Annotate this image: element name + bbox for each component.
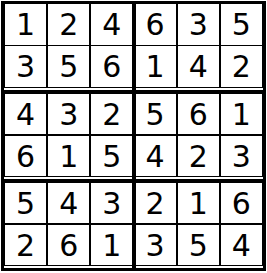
cell-r1c6[interactable]: 5: [220, 4, 263, 46]
cell-r2c4[interactable]: 1: [134, 46, 177, 88]
cell-r6c1[interactable]: 2: [4, 224, 47, 266]
cell-r3c3[interactable]: 2: [90, 93, 133, 135]
cell-r4c3[interactable]: 5: [90, 135, 133, 177]
cell-r3c1[interactable]: 4: [4, 93, 47, 135]
cell-r6c5[interactable]: 5: [177, 224, 220, 266]
cell-r3c4[interactable]: 5: [134, 93, 177, 135]
cell-r5c5[interactable]: 1: [177, 182, 220, 224]
cell-r4c4[interactable]: 4: [134, 135, 177, 177]
cell-r2c2[interactable]: 5: [47, 46, 90, 88]
cell-r6c3[interactable]: 1: [90, 224, 133, 266]
cell-r5c2[interactable]: 4: [47, 182, 90, 224]
band-3: 543216261354: [4, 182, 263, 266]
cell-r3c5[interactable]: 6: [177, 93, 220, 135]
page: 124635356142432561615423543216261354: [0, 0, 267, 272]
sudoku-board: 124635356142432561615423543216261354: [1, 1, 266, 271]
cell-r4c6[interactable]: 3: [220, 135, 263, 177]
cell-r2c1[interactable]: 3: [4, 46, 47, 88]
cell-r6c6[interactable]: 4: [220, 224, 263, 266]
band-2: 432561615423: [4, 93, 263, 177]
cell-r5c6[interactable]: 6: [220, 182, 263, 224]
cell-r3c2[interactable]: 3: [47, 93, 90, 135]
cell-r2c5[interactable]: 4: [177, 46, 220, 88]
cell-r4c2[interactable]: 1: [47, 135, 90, 177]
cell-r2c3[interactable]: 6: [90, 46, 133, 88]
cell-r3c6[interactable]: 1: [220, 93, 263, 135]
cell-r6c4[interactable]: 3: [134, 224, 177, 266]
cell-r6c2[interactable]: 6: [47, 224, 90, 266]
cell-r1c2[interactable]: 2: [47, 4, 90, 46]
cell-r1c5[interactable]: 3: [177, 4, 220, 46]
band-1: 124635356142: [4, 4, 263, 88]
cell-r4c5[interactable]: 2: [177, 135, 220, 177]
cell-r1c1[interactable]: 1: [4, 4, 47, 46]
cell-r2c6[interactable]: 2: [220, 46, 263, 88]
cell-r5c3[interactable]: 3: [90, 182, 133, 224]
cell-r4c1[interactable]: 6: [4, 135, 47, 177]
cell-r5c4[interactable]: 2: [134, 182, 177, 224]
cell-r1c3[interactable]: 4: [90, 4, 133, 46]
cell-r5c1[interactable]: 5: [4, 182, 47, 224]
cell-r1c4[interactable]: 6: [134, 4, 177, 46]
